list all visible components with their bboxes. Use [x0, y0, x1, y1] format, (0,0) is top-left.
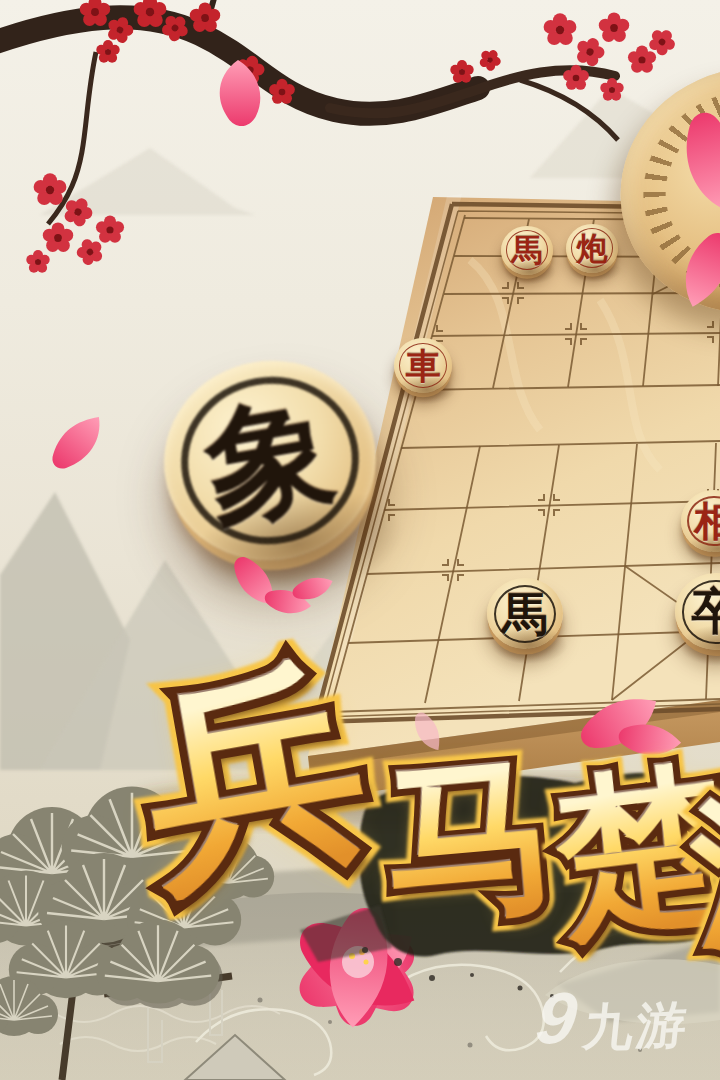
jiuyou-9-icon: 9 [533, 985, 580, 1051]
jiuyou-logo-text: 九游 [580, 991, 693, 1062]
piece-glyph: 車 [406, 348, 441, 383]
xiangqi-piece-red-cannon[interactable]: 炮 [566, 224, 618, 273]
xiangqi-piece-red-elephant-edge[interactable]: 相 [681, 490, 720, 552]
piece-glyph: 炮 [577, 233, 608, 264]
piece-glyph: 馬 [502, 591, 548, 637]
xiangqi-piece-red-horse[interactable]: 馬 [501, 226, 553, 275]
xiangqi-piece-black-horse[interactable]: 馬 [487, 578, 563, 649]
xiangqi-piece-red-chariot[interactable]: 車 [394, 338, 452, 393]
xiangqi-piece-black-soldier-edge[interactable]: 卒 [675, 573, 720, 650]
piece-glyph: 馬 [512, 235, 543, 266]
splash-screen: 兵兵兵马马马楚楚楚汉汉汉 馬炮車馬相卒象 9 九游 [0, 0, 720, 1080]
jiuyou-logo[interactable]: 9 九游 [532, 981, 694, 1064]
piece-glyph: 象 [196, 387, 343, 534]
xiangqi-piece-black-elephant-giant[interactable]: 象 [148, 344, 391, 577]
piece-glyph: 卒 [692, 587, 720, 636]
piece-glyph: 相 [694, 501, 720, 541]
